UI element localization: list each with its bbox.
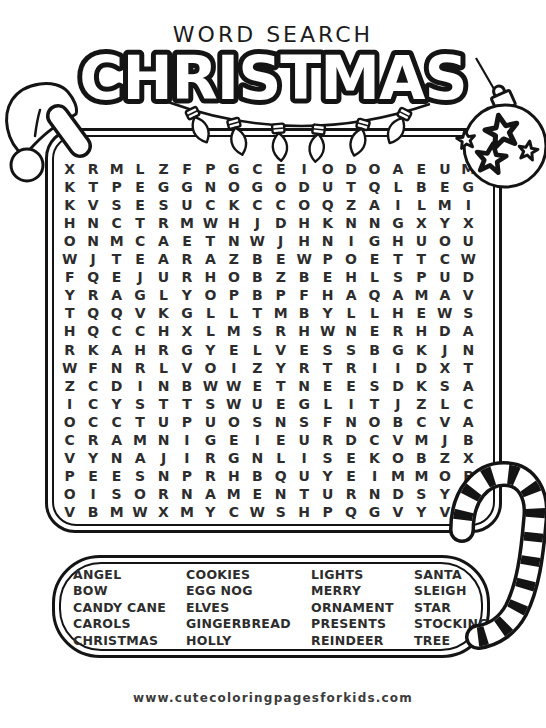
grid-cell: C [81, 395, 104, 413]
grid-cell: L [128, 160, 151, 178]
word-item: PRESENTS [311, 616, 394, 632]
grid-cell: D [386, 485, 409, 503]
grid-cell: H [222, 467, 245, 485]
grid-cell: K [152, 304, 175, 322]
grid-cell: O [292, 196, 315, 214]
grid-cell: H [222, 214, 245, 232]
grid-cell: W [457, 250, 480, 268]
grid-cell: M [410, 286, 433, 304]
grid-cell: Y [105, 395, 128, 413]
grid-cell: R [152, 214, 175, 232]
grid-cell: R [175, 268, 198, 286]
grid-cell: P [175, 413, 198, 431]
grid-cell: M [222, 485, 245, 503]
grid-cell: A [199, 250, 222, 268]
grid-cell: R [81, 286, 104, 304]
grid-cell: T [58, 304, 81, 322]
grid-cell: D [433, 322, 456, 340]
grid-cell: L [199, 304, 222, 322]
grid-cell: Z [58, 377, 81, 395]
grid-cell: J [269, 232, 292, 250]
grid-cell: H [386, 232, 409, 250]
grid-cell: C [457, 395, 480, 413]
website-url: www.cutecoloringpagesforkids.com [0, 691, 546, 705]
grid-cell: A [105, 340, 128, 358]
grid-cell: W [222, 377, 245, 395]
grid-cell: E [222, 340, 245, 358]
grid-cell: G [175, 178, 198, 196]
grid-cell: R [292, 359, 315, 377]
grid-cell: C [269, 196, 292, 214]
word-column-3: LIGHTSMERRYORNAMENTPRESENTSREINDEER [311, 567, 394, 649]
grid-cell: E [246, 485, 269, 503]
grid-cell: Y [316, 467, 339, 485]
grid-cell: Q [81, 268, 104, 286]
grid-cell: Y [316, 304, 339, 322]
grid-cell: C [433, 250, 456, 268]
grid-cell: Q [269, 467, 292, 485]
grid-cell: X [433, 359, 456, 377]
grid-cell: O [339, 250, 362, 268]
word-item: CAROLS [73, 616, 166, 632]
grid-cell: H [316, 286, 339, 304]
grid-cell: G [222, 449, 245, 467]
grid-cell: I [292, 449, 315, 467]
grid-cell: Z [339, 196, 362, 214]
grid-cell: W [246, 503, 269, 521]
grid-cell: S [339, 340, 362, 358]
grid-cell: C [105, 214, 128, 232]
santa-hat-icon [0, 78, 118, 188]
grid-cell: F [292, 286, 315, 304]
grid-cell: P [316, 503, 339, 521]
grid-cell: G [175, 304, 198, 322]
grid-cell: H [292, 322, 315, 340]
grid-cell: W [316, 322, 339, 340]
grid-cell: G [246, 178, 269, 196]
grid-cell: U [316, 485, 339, 503]
grid-cell: D [292, 178, 315, 196]
grid-cell: S [433, 377, 456, 395]
grid-cell: B [410, 178, 433, 196]
grid-cell: A [386, 286, 409, 304]
grid-cell: N [246, 449, 269, 467]
grid-cell: A [433, 286, 456, 304]
grid-cell: B [363, 340, 386, 358]
grid-cell: S [246, 322, 269, 340]
grid-cell: V [58, 449, 81, 467]
word-item: ELVES [186, 600, 291, 616]
grid-cell: V [269, 340, 292, 358]
grid-cell: N [152, 467, 175, 485]
grid-cell: V [128, 304, 151, 322]
grid-cell: V [81, 196, 104, 214]
grid-cell: O [363, 413, 386, 431]
grid-cell: H [339, 268, 362, 286]
grid-cell: R [81, 431, 104, 449]
grid-cell: G [386, 340, 409, 358]
grid-cell: D [269, 214, 292, 232]
grid-cell: E [269, 431, 292, 449]
grid-cell: V [386, 503, 409, 521]
grid-cell: E [105, 467, 128, 485]
grid-cell: W [128, 503, 151, 521]
grid-cell: E [105, 268, 128, 286]
grid-cell: M [128, 431, 151, 449]
grid-cell: E [269, 395, 292, 413]
grid-cell: L [269, 449, 292, 467]
grid-cell: K [363, 449, 386, 467]
grid-cell: G [363, 503, 386, 521]
grid-cell: I [128, 377, 151, 395]
grid-cell: U [316, 178, 339, 196]
grid-cell: U [152, 413, 175, 431]
grid-cell: J [433, 340, 456, 358]
grid-cell: R [339, 359, 362, 377]
word-column-1: ANGELBOWCANDY CANECAROLSCHRISTMAS [73, 567, 166, 649]
grid-cell: O [128, 485, 151, 503]
grid-cell: I [222, 359, 245, 377]
grid-cell: A [199, 485, 222, 503]
grid-cell: Y [199, 503, 222, 521]
grid-cell: S [410, 485, 433, 503]
grid-cell: D [410, 359, 433, 377]
grid-cell: W [199, 214, 222, 232]
grid-cell: X [152, 503, 175, 521]
grid-cell: Y [81, 449, 104, 467]
grid-cell: C [58, 431, 81, 449]
grid-cell: I [58, 395, 81, 413]
grid-cell: E [128, 178, 151, 196]
grid-cell: P [410, 268, 433, 286]
grid-cell: E [128, 250, 151, 268]
grid-cell: R [152, 340, 175, 358]
grid-cell: D [339, 431, 362, 449]
grid-cell: C [81, 377, 104, 395]
grid-cell: L [199, 322, 222, 340]
grid-cell: T [128, 214, 151, 232]
grid-cell: H [58, 214, 81, 232]
grid-cell: N [292, 377, 315, 395]
grid-cell: A [152, 232, 175, 250]
grid-cell: C [105, 322, 128, 340]
grid-cell: R [128, 359, 151, 377]
grid-cell: T [246, 304, 269, 322]
grid-cell: P [269, 286, 292, 304]
grid-cell: A [457, 322, 480, 340]
grid-cell: M [410, 431, 433, 449]
grid-cell: N [269, 413, 292, 431]
grid-cell: L [410, 196, 433, 214]
grid-cell: N [339, 214, 362, 232]
grid-cell: G [363, 232, 386, 250]
grid-cell: E [339, 377, 362, 395]
grid-cell: A [128, 449, 151, 467]
grid-cell: S [269, 503, 292, 521]
grid-cell: C [246, 196, 269, 214]
grid-cell: E [316, 377, 339, 395]
grid-cell: A [152, 250, 175, 268]
grid-cell: B [175, 377, 198, 395]
grid-cell: P [316, 250, 339, 268]
grid-cell: B [246, 250, 269, 268]
grid-cell: N [175, 485, 198, 503]
grid-cell: Y [58, 286, 81, 304]
grid-cell: J [128, 268, 151, 286]
word-item: ANGEL [73, 567, 166, 583]
word-item: GINGERBREAD [186, 616, 291, 632]
grid-cell: G [152, 178, 175, 196]
grid-cell: O [199, 359, 222, 377]
grid-cell: I [246, 431, 269, 449]
grid-cell: N [222, 232, 245, 250]
grid-cell: T [152, 395, 175, 413]
grid-cell: V [386, 431, 409, 449]
grid-cell: D [386, 377, 409, 395]
grid-cell: C [363, 431, 386, 449]
grid-cell: D [457, 268, 480, 286]
word-item: MERRY [311, 583, 394, 599]
grid-cell: V [433, 413, 456, 431]
word-item: HOLLY [186, 633, 291, 649]
grid-cell: N [81, 214, 104, 232]
grid-cell: I [339, 232, 362, 250]
grid-cell: Q [339, 503, 362, 521]
grid-cell: Q [316, 196, 339, 214]
grid-cell: K [81, 340, 104, 358]
grid-cell: D [105, 377, 128, 395]
grid-cell: V [457, 286, 480, 304]
grid-cell: M [222, 322, 245, 340]
grid-cell: N [152, 431, 175, 449]
grid-cell: I [81, 485, 104, 503]
grid-cell: S [386, 268, 409, 286]
grid-cell: H [386, 304, 409, 322]
grid-cell: R [339, 485, 362, 503]
grid-cell: L [433, 395, 456, 413]
grid-cell: H [152, 322, 175, 340]
grid-cell: M [269, 304, 292, 322]
grid-cell: C [128, 322, 151, 340]
grid-cell: W [433, 304, 456, 322]
grid-cell: A [457, 413, 480, 431]
grid-cell: M [175, 503, 198, 521]
word-item: COOKIES [186, 567, 291, 583]
grid-cell: W [292, 250, 315, 268]
grid-cell: C [128, 232, 151, 250]
grid-cell: E [292, 340, 315, 358]
grid-cell: R [199, 467, 222, 485]
grid-cell: E [339, 467, 362, 485]
grid-cell: U [246, 395, 269, 413]
word-item: ORNAMENT [311, 600, 394, 616]
grid-cell: K [316, 214, 339, 232]
grid-cell: O [199, 286, 222, 304]
grid-cell: E [81, 467, 104, 485]
grid-cell: N [363, 214, 386, 232]
grid-cell: Q [81, 304, 104, 322]
grid-cell: T [410, 250, 433, 268]
grid-cell: S [199, 395, 222, 413]
grid-cell: O [222, 268, 245, 286]
grid-cell: B [246, 286, 269, 304]
grid-cell: Z [410, 395, 433, 413]
grid-cell: U [152, 268, 175, 286]
grid-cell: B [292, 304, 315, 322]
grid-cell: N [339, 322, 362, 340]
grid-cell: Z [246, 359, 269, 377]
grid-cell: S [246, 413, 269, 431]
grid-cell: U [175, 196, 198, 214]
grid-cell: L [339, 304, 362, 322]
grid-cell: B [246, 268, 269, 286]
grid-cell: N [316, 232, 339, 250]
grid-cell: T [128, 413, 151, 431]
grid-cell: U [457, 232, 480, 250]
grid-cell: S [316, 449, 339, 467]
grid-cell: H [199, 268, 222, 286]
grid-cell: V [58, 503, 81, 521]
grid-cell: K [410, 340, 433, 358]
grid-cell: I [363, 467, 386, 485]
grid-cell: A [457, 377, 480, 395]
grid-cell: S [292, 413, 315, 431]
grid-cell: E [269, 250, 292, 268]
grid-cell: N [105, 359, 128, 377]
grid-cell: T [269, 377, 292, 395]
grid-cell: W [222, 395, 245, 413]
grid-cell: L [386, 178, 409, 196]
grid-cell: A [339, 286, 362, 304]
grid-cell: N [81, 232, 104, 250]
grid-cell: L [222, 304, 245, 322]
grid-cell: X [457, 214, 480, 232]
grid-cell: Y [175, 286, 198, 304]
grid-cell: Z [269, 268, 292, 286]
grid-cell: Y [269, 359, 292, 377]
grid-cell: E [339, 449, 362, 467]
grid-cell: I [386, 359, 409, 377]
grid-cell: H [292, 503, 315, 521]
grid-cell: F [58, 268, 81, 286]
grid-cell: J [386, 395, 409, 413]
grid-cell: B [292, 268, 315, 286]
grid-cell: H [58, 322, 81, 340]
grid-cell: Q [105, 304, 128, 322]
grid-cell: E [410, 304, 433, 322]
grid-cell: H [410, 322, 433, 340]
grid-cell: J [246, 214, 269, 232]
grid-cell: J [152, 449, 175, 467]
grid-cell: K [58, 196, 81, 214]
grid-cell: V [175, 359, 198, 377]
grid-cell: R [152, 485, 175, 503]
grid-cell: L [152, 286, 175, 304]
grid-cell: G [128, 286, 151, 304]
grid-cell: R [316, 431, 339, 449]
grid-cell: O [58, 232, 81, 250]
grid-cell: U [292, 467, 315, 485]
letter-grid: XRMLZFPGCEIODOAEUMKTPEGGNOGODUTQLBEGKVSE… [58, 160, 480, 521]
grid-cell: T [175, 395, 198, 413]
grid-cell: R [386, 322, 409, 340]
string-lights-icon [158, 94, 438, 174]
grid-cell: Z [222, 250, 245, 268]
grid-cell: M [105, 503, 128, 521]
grid-cell: S [105, 196, 128, 214]
grid-cell: M [175, 214, 198, 232]
grid-cell: H [292, 232, 315, 250]
grid-cell: G [199, 431, 222, 449]
grid-cell: N [457, 340, 480, 358]
grid-cell: R [58, 340, 81, 358]
grid-cell: S [128, 467, 151, 485]
grid-cell: C [81, 413, 104, 431]
grid-cell: B [246, 467, 269, 485]
grid-cell: L [316, 395, 339, 413]
grid-cell: O [269, 178, 292, 196]
grid-cell: A [105, 286, 128, 304]
grid-cell: F [81, 359, 104, 377]
grid-cell: H [292, 214, 315, 232]
grid-cell: L [363, 304, 386, 322]
grid-cell: C [105, 413, 128, 431]
grid-cell: J [81, 250, 104, 268]
grid-cell: W [199, 377, 222, 395]
grid-cell: R [199, 449, 222, 467]
grid-cell: W [58, 359, 81, 377]
grid-cell: B [457, 431, 480, 449]
grid-cell: U [292, 431, 315, 449]
grid-cell: E [316, 268, 339, 286]
grid-cell: I [175, 431, 198, 449]
grid-cell: M [410, 467, 433, 485]
grid-cell: P [222, 286, 245, 304]
grid-cell: B [410, 449, 433, 467]
grid-cell: X [410, 214, 433, 232]
grid-cell: Y [199, 340, 222, 358]
grid-cell: S [316, 340, 339, 358]
grid-cell: N [199, 178, 222, 196]
grid-cell: T [199, 232, 222, 250]
grid-cell: G [175, 340, 198, 358]
grid-cell: A [105, 431, 128, 449]
grid-cell: C [410, 413, 433, 431]
grid-cell: O [58, 485, 81, 503]
grid-cell: I [175, 449, 198, 467]
grid-cell: O [58, 413, 81, 431]
grid-cell: Q [363, 178, 386, 196]
coloring-page: { "game": "word-search", "theme": "Chris… [0, 0, 546, 728]
grid-cell: E [363, 250, 386, 268]
grid-cell: L [363, 268, 386, 286]
grid-cell: S [128, 395, 151, 413]
grid-cell: O [433, 232, 456, 250]
grid-cell: O [386, 449, 409, 467]
grid-cell: T [316, 359, 339, 377]
grid-cell: U [410, 232, 433, 250]
word-item: CHRISTMAS [73, 633, 166, 649]
grid-cell: P [175, 467, 198, 485]
grid-cell: E [175, 232, 198, 250]
grid-cell: K [410, 377, 433, 395]
grid-cell: A [363, 196, 386, 214]
grid-cell: P [58, 467, 81, 485]
grid-cell: T [292, 485, 315, 503]
grid-cell: T [457, 359, 480, 377]
word-item: CANDY CANE [73, 600, 166, 616]
grid-cell: N [363, 485, 386, 503]
